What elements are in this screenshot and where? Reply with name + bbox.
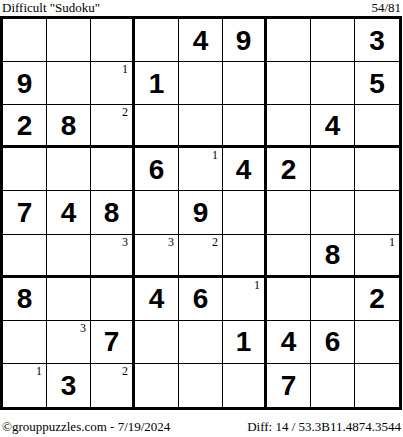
- cell-r4c3[interactable]: [91, 148, 135, 191]
- given-digit: 7: [17, 198, 33, 227]
- given-digit: 9: [236, 26, 252, 55]
- given-digit: 4: [325, 111, 341, 140]
- given-digit: 1: [149, 69, 165, 98]
- cell-r8c9[interactable]: [355, 321, 399, 364]
- cell-r3c1[interactable]: 2: [3, 105, 47, 148]
- cell-r1c6[interactable]: 9: [223, 19, 267, 62]
- cell-r9c7[interactable]: 7: [267, 364, 311, 407]
- given-digit: 7: [104, 327, 120, 356]
- given-digit: 2: [369, 284, 385, 313]
- cell-r9c8[interactable]: [311, 364, 355, 407]
- pencil-mark: 3: [168, 236, 174, 248]
- cell-r3c6[interactable]: [223, 105, 267, 148]
- pencil-mark: 2: [122, 365, 128, 377]
- cell-r3c8[interactable]: 4: [311, 105, 355, 148]
- cell-r2c5[interactable]: [179, 62, 223, 105]
- pencil-mark: 1: [122, 63, 128, 75]
- puzzle-title: Difficult "Sudoku": [2, 1, 100, 15]
- difficulty-text: Diff: 14 / 53.3B11.4874.3544: [247, 420, 401, 434]
- cell-r2c8[interactable]: [311, 62, 355, 105]
- sudoku-page: Difficult "Sudoku" 54/81 493911528246142…: [0, 0, 403, 437]
- cell-r2c6[interactable]: [223, 62, 267, 105]
- given-digit: 4: [61, 198, 77, 227]
- given-digit: 5: [369, 69, 385, 98]
- pencil-mark: 1: [254, 279, 260, 291]
- cell-r9c4[interactable]: [135, 364, 179, 407]
- pencil-mark: 2: [122, 106, 128, 118]
- cell-r7c2[interactable]: [47, 278, 91, 321]
- given-digit: 9: [17, 69, 33, 98]
- cell-r8c3[interactable]: 7: [91, 321, 135, 364]
- cell-r7c8[interactable]: [311, 278, 355, 321]
- cell-r1c3[interactable]: [91, 19, 135, 62]
- cell-r5c2[interactable]: 4: [47, 191, 91, 234]
- cells-remaining-counter: 54/81: [371, 1, 401, 15]
- given-digit: 8: [61, 111, 77, 140]
- cell-r5c8[interactable]: [311, 191, 355, 234]
- cell-r5c4[interactable]: [135, 191, 179, 234]
- cell-r2c9[interactable]: 5: [355, 62, 399, 105]
- pencil-mark: 1: [36, 365, 42, 377]
- given-digit: 8: [17, 284, 33, 313]
- given-digit: 2: [17, 111, 33, 140]
- given-digit: 6: [193, 284, 209, 313]
- given-digit: 8: [104, 198, 120, 227]
- cell-r8c6[interactable]: 1: [223, 321, 267, 364]
- cell-r6c3[interactable]: 3: [91, 235, 135, 278]
- given-digit: 3: [369, 26, 385, 55]
- given-digit: 8: [325, 240, 341, 269]
- pencil-mark: 1: [389, 236, 395, 248]
- cell-r1c4[interactable]: [135, 19, 179, 62]
- cell-r8c7[interactable]: 4: [267, 321, 311, 364]
- given-digit: 4: [281, 327, 297, 356]
- given-digit: 1: [236, 327, 252, 356]
- pencil-mark: 1: [212, 149, 218, 161]
- given-digit: 4: [193, 26, 209, 55]
- cell-r5c6[interactable]: [223, 191, 267, 234]
- given-digit: 2: [281, 155, 297, 184]
- pencil-mark: 2: [212, 236, 218, 248]
- cell-r9c2[interactable]: 3: [47, 364, 91, 407]
- cell-r7c6[interactable]: 1: [223, 278, 267, 321]
- cell-r2c3[interactable]: 1: [91, 62, 135, 105]
- cell-r5c5[interactable]: 9: [179, 191, 223, 234]
- cell-r9c6[interactable]: [223, 364, 267, 407]
- cell-r4c9[interactable]: [355, 148, 399, 191]
- cell-r6c2[interactable]: [47, 235, 91, 278]
- cell-r4c5[interactable]: 1: [179, 148, 223, 191]
- cell-r7c1[interactable]: 8: [3, 278, 47, 321]
- cell-r6c1[interactable]: [3, 235, 47, 278]
- given-digit: 7: [281, 371, 297, 400]
- cell-r1c5[interactable]: 4: [179, 19, 223, 62]
- cell-r4c7[interactable]: 2: [267, 148, 311, 191]
- given-digit: 3: [61, 371, 77, 400]
- cell-r9c1[interactable]: 1: [3, 364, 47, 407]
- cell-r4c2[interactable]: [47, 148, 91, 191]
- cell-r4c1[interactable]: [3, 148, 47, 191]
- given-digit: 6: [325, 327, 341, 356]
- cell-r8c8[interactable]: 6: [311, 321, 355, 364]
- cell-r7c3[interactable]: [91, 278, 135, 321]
- cell-r8c2[interactable]: 3: [47, 321, 91, 364]
- cell-r4c4[interactable]: 6: [135, 148, 179, 191]
- cell-r2c4[interactable]: 1: [135, 62, 179, 105]
- cell-r3c4[interactable]: [135, 105, 179, 148]
- cell-r5c7[interactable]: [267, 191, 311, 234]
- cell-r9c5[interactable]: [179, 364, 223, 407]
- cell-r3c9[interactable]: [355, 105, 399, 148]
- cell-r8c1[interactable]: [3, 321, 47, 364]
- cell-r1c7[interactable]: [267, 19, 311, 62]
- pencil-mark: 3: [80, 322, 86, 334]
- given-digit: 9: [193, 198, 209, 227]
- sudoku-board: 49391152824614274893328184612371461327: [0, 16, 402, 410]
- cell-r1c2[interactable]: [47, 19, 91, 62]
- cell-r9c3[interactable]: 2: [91, 364, 135, 407]
- cell-r2c2[interactable]: [47, 62, 91, 105]
- header: Difficult "Sudoku" 54/81: [0, 0, 403, 16]
- cell-r7c4[interactable]: 4: [135, 278, 179, 321]
- cell-r4c8[interactable]: [311, 148, 355, 191]
- cell-r9c9[interactable]: [355, 364, 399, 407]
- cell-r5c1[interactable]: 7: [3, 191, 47, 234]
- cell-r6c5[interactable]: 2: [179, 235, 223, 278]
- cell-r6c9[interactable]: 1: [355, 235, 399, 278]
- cell-r6c7[interactable]: [267, 235, 311, 278]
- given-digit: 4: [236, 155, 252, 184]
- cell-r6c8[interactable]: 8: [311, 235, 355, 278]
- cell-r4c6[interactable]: 4: [223, 148, 267, 191]
- copyright-text: ©grouppuzzles.com - 7/19/2024: [2, 420, 170, 434]
- cell-r3c7[interactable]: [267, 105, 311, 148]
- cell-r8c5[interactable]: [179, 321, 223, 364]
- given-digit: 6: [149, 155, 165, 184]
- pencil-mark: 3: [122, 236, 128, 248]
- cell-r7c5[interactable]: 6: [179, 278, 223, 321]
- cell-r6c4[interactable]: 3: [135, 235, 179, 278]
- cell-r6c6[interactable]: [223, 235, 267, 278]
- cell-r2c1[interactable]: 9: [3, 62, 47, 105]
- cell-r3c5[interactable]: [179, 105, 223, 148]
- cell-r7c9[interactable]: 2: [355, 278, 399, 321]
- given-digit: 4: [149, 284, 165, 313]
- cell-r5c3[interactable]: 8: [91, 191, 135, 234]
- footer: ©grouppuzzles.com - 7/19/2024 Diff: 14 /…: [0, 420, 403, 434]
- cell-r2c7[interactable]: [267, 62, 311, 105]
- cell-r1c8[interactable]: [311, 19, 355, 62]
- cell-r3c2[interactable]: 8: [47, 105, 91, 148]
- cell-r1c1[interactable]: [3, 19, 47, 62]
- cell-r5c9[interactable]: [355, 191, 399, 234]
- cell-r7c7[interactable]: [267, 278, 311, 321]
- cell-r1c9[interactable]: 3: [355, 19, 399, 62]
- cell-r8c4[interactable]: [135, 321, 179, 364]
- cell-r3c3[interactable]: 2: [91, 105, 135, 148]
